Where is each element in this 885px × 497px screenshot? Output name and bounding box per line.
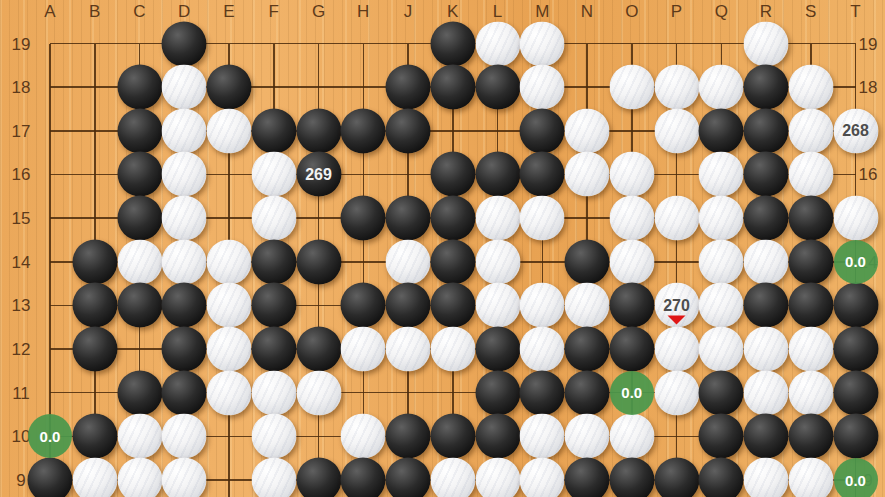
coord-label-top-L: L [493, 3, 502, 20]
stone-white-L14[interactable] [475, 239, 520, 284]
coord-label-left-16: 16 [12, 166, 31, 183]
stone-white-M19[interactable] [520, 21, 565, 66]
coord-label-left-13: 13 [12, 297, 31, 314]
stone-black-Q11[interactable] [699, 370, 744, 415]
stone-black-N11[interactable] [565, 370, 610, 415]
coord-label-top-P: P [671, 3, 682, 20]
coord-label-top-N: N [581, 3, 593, 20]
hint-A10[interactable]: 0.0 [28, 414, 72, 458]
coord-label-top-D: D [178, 3, 190, 20]
stone-white-F15[interactable] [251, 196, 296, 241]
stone-white-R19[interactable] [744, 21, 789, 66]
stone-white-L13[interactable] [475, 283, 520, 328]
stone-black-G17[interactable] [296, 108, 341, 153]
last-move-triangle-icon [668, 316, 686, 325]
stone-white-O18[interactable] [609, 65, 654, 110]
stone-white-F9[interactable] [251, 458, 296, 497]
coord-label-top-H: H [357, 3, 369, 20]
stone-white-P13[interactable]: 270 [654, 283, 699, 328]
stone-white-D15[interactable] [162, 196, 207, 241]
stone-white-M10[interactable] [520, 414, 565, 459]
stone-black-F12[interactable] [251, 327, 296, 372]
stone-black-K19[interactable] [430, 21, 475, 66]
coord-label-right-19: 19 [859, 35, 878, 52]
stone-black-S13[interactable] [788, 283, 833, 328]
stone-black-L16[interactable] [475, 152, 520, 197]
stone-white-Q13[interactable] [699, 283, 744, 328]
stone-white-S16[interactable] [788, 152, 833, 197]
coord-label-left-18: 18 [12, 79, 31, 96]
stone-black-N12[interactable] [565, 327, 610, 372]
stone-white-S12[interactable] [788, 327, 833, 372]
stone-black-F13[interactable] [251, 283, 296, 328]
stone-white-F10[interactable] [251, 414, 296, 459]
stone-white-E12[interactable] [207, 327, 252, 372]
stone-white-F11[interactable] [251, 370, 296, 415]
stone-black-T13[interactable] [833, 283, 878, 328]
stone-white-N13[interactable] [565, 283, 610, 328]
stone-black-B14[interactable] [72, 239, 117, 284]
move-number-269: 269 [305, 165, 332, 183]
stone-white-C14[interactable] [117, 239, 162, 284]
stone-black-R17[interactable] [744, 108, 789, 153]
stone-white-S17[interactable] [788, 108, 833, 153]
stone-black-B12[interactable] [72, 327, 117, 372]
stone-black-T11[interactable] [833, 370, 878, 415]
stone-black-R16[interactable] [744, 152, 789, 197]
stone-white-P12[interactable] [654, 327, 699, 372]
coord-label-left-14: 14 [12, 253, 31, 270]
coord-label-left-19: 19 [12, 35, 31, 52]
stone-white-D16[interactable] [162, 152, 207, 197]
stone-black-A9[interactable] [28, 458, 73, 497]
stone-white-M13[interactable] [520, 283, 565, 328]
stone-black-R13[interactable] [744, 283, 789, 328]
stone-black-G14[interactable] [296, 239, 341, 284]
stone-white-N17[interactable] [565, 108, 610, 153]
coord-label-left-12: 12 [12, 341, 31, 358]
stone-black-C16[interactable] [117, 152, 162, 197]
stone-white-J14[interactable] [386, 239, 431, 284]
stone-black-K10[interactable] [430, 414, 475, 459]
stone-black-T10[interactable] [833, 414, 878, 459]
coord-label-top-S: S [805, 3, 816, 20]
coord-label-top-O: O [625, 3, 638, 20]
stone-black-D12[interactable] [162, 327, 207, 372]
stone-white-O14[interactable] [609, 239, 654, 284]
stone-white-N16[interactable] [565, 152, 610, 197]
stone-black-N14[interactable] [565, 239, 610, 284]
stone-black-C13[interactable] [117, 283, 162, 328]
coord-label-top-T: T [850, 3, 860, 20]
coord-label-left-9: 9 [16, 472, 25, 489]
stone-white-F16[interactable] [251, 152, 296, 197]
coord-label-top-M: M [535, 3, 549, 20]
coord-label-top-G: G [312, 3, 325, 20]
stone-white-L19[interactable] [475, 21, 520, 66]
stone-white-R14[interactable] [744, 239, 789, 284]
stone-white-E13[interactable] [207, 283, 252, 328]
stone-white-K12[interactable] [430, 327, 475, 372]
stone-white-T15[interactable] [833, 196, 878, 241]
stone-white-G11[interactable] [296, 370, 341, 415]
stone-white-P15[interactable] [654, 196, 699, 241]
stone-black-P9[interactable] [654, 458, 699, 497]
stone-white-P17[interactable] [654, 108, 699, 153]
hint-T9[interactable]: 0.0 [834, 458, 878, 497]
stone-white-P18[interactable] [654, 65, 699, 110]
stone-white-R9[interactable] [744, 458, 789, 497]
stone-black-S15[interactable] [788, 196, 833, 241]
stone-black-G16[interactable]: 269 [296, 152, 341, 197]
stone-white-D9[interactable] [162, 458, 207, 497]
stone-white-B9[interactable] [72, 458, 117, 497]
stone-white-M12[interactable] [520, 327, 565, 372]
stone-black-B10[interactable] [72, 414, 117, 459]
stone-black-T12[interactable] [833, 327, 878, 372]
stone-white-Q15[interactable] [699, 196, 744, 241]
stone-black-L10[interactable] [475, 414, 520, 459]
hint-O11[interactable]: 0.0 [610, 371, 654, 415]
stone-white-J12[interactable] [386, 327, 431, 372]
stone-black-R18[interactable] [744, 65, 789, 110]
coord-label-top-E: E [223, 3, 234, 20]
coord-label-left-15: 15 [12, 210, 31, 227]
coord-label-right-18: 18 [859, 79, 878, 96]
coord-label-top-K: K [447, 3, 458, 20]
stone-white-E14[interactable] [207, 239, 252, 284]
stone-white-S11[interactable] [788, 370, 833, 415]
coord-label-top-J: J [404, 3, 413, 20]
stone-white-O15[interactable] [609, 196, 654, 241]
coord-label-top-R: R [760, 3, 772, 20]
stone-white-C9[interactable] [117, 458, 162, 497]
stone-black-S10[interactable] [788, 414, 833, 459]
stone-white-Q12[interactable] [699, 327, 744, 372]
stone-black-K13[interactable] [430, 283, 475, 328]
stone-white-D18[interactable] [162, 65, 207, 110]
stone-white-H10[interactable] [341, 414, 386, 459]
stone-black-C15[interactable] [117, 196, 162, 241]
stone-white-K9[interactable] [430, 458, 475, 497]
stone-black-B13[interactable] [72, 283, 117, 328]
stone-white-D14[interactable] [162, 239, 207, 284]
stone-white-R11[interactable] [744, 370, 789, 415]
stone-black-Q17[interactable] [699, 108, 744, 153]
stone-black-L11[interactable] [475, 370, 520, 415]
stone-black-M17[interactable] [520, 108, 565, 153]
move-number-270: 270 [663, 296, 690, 314]
stone-white-E17[interactable] [207, 108, 252, 153]
coord-label-right-16: 16 [859, 166, 878, 183]
stone-black-N9[interactable] [565, 458, 610, 497]
stone-black-J13[interactable] [386, 283, 431, 328]
stone-white-T17[interactable]: 268 [833, 108, 878, 153]
stone-black-H15[interactable] [341, 196, 386, 241]
stone-black-E18[interactable] [207, 65, 252, 110]
stone-white-O10[interactable] [609, 414, 654, 459]
stone-white-S9[interactable] [788, 458, 833, 497]
stone-black-L12[interactable] [475, 327, 520, 372]
stone-black-R10[interactable] [744, 414, 789, 459]
stone-white-M18[interactable] [520, 65, 565, 110]
stone-black-D19[interactable] [162, 21, 207, 66]
stone-white-Q16[interactable] [699, 152, 744, 197]
stone-white-R12[interactable] [744, 327, 789, 372]
stone-black-K15[interactable] [430, 196, 475, 241]
stone-white-D17[interactable] [162, 108, 207, 153]
hint-T14[interactable]: 0.0 [834, 240, 878, 284]
stone-black-F14[interactable] [251, 239, 296, 284]
stone-black-L18[interactable] [475, 65, 520, 110]
stone-white-E11[interactable] [207, 370, 252, 415]
stone-black-M11[interactable] [520, 370, 565, 415]
stone-white-M9[interactable] [520, 458, 565, 497]
stone-black-O13[interactable] [609, 283, 654, 328]
stone-black-J10[interactable] [386, 414, 431, 459]
coord-label-top-F: F [269, 3, 279, 20]
stone-black-G12[interactable] [296, 327, 341, 372]
coord-label-top-C: C [133, 3, 145, 20]
stone-black-C17[interactable] [117, 108, 162, 153]
stone-black-D11[interactable] [162, 370, 207, 415]
stone-black-C18[interactable] [117, 65, 162, 110]
coord-label-top-B: B [89, 3, 100, 20]
stone-white-C10[interactable] [117, 414, 162, 459]
stone-black-K14[interactable] [430, 239, 475, 284]
stone-black-J17[interactable] [386, 108, 431, 153]
stone-black-K16[interactable] [430, 152, 475, 197]
stone-black-H9[interactable] [341, 458, 386, 497]
stone-black-H13[interactable] [341, 283, 386, 328]
stone-black-R15[interactable] [744, 196, 789, 241]
stone-white-D10[interactable] [162, 414, 207, 459]
coord-label-left-11: 11 [12, 384, 30, 401]
stone-black-M16[interactable] [520, 152, 565, 197]
stone-white-L9[interactable] [475, 458, 520, 497]
stone-black-G9[interactable] [296, 458, 341, 497]
stone-black-J15[interactable] [386, 196, 431, 241]
stone-black-J9[interactable] [386, 458, 431, 497]
move-number-268: 268 [842, 122, 869, 140]
stone-white-P11[interactable] [654, 370, 699, 415]
stone-black-H17[interactable] [341, 108, 386, 153]
stone-white-S18[interactable] [788, 65, 833, 110]
stone-black-D13[interactable] [162, 283, 207, 328]
stone-black-J18[interactable] [386, 65, 431, 110]
stone-black-K18[interactable] [430, 65, 475, 110]
coord-label-top-Q: Q [715, 3, 728, 20]
stone-black-Q10[interactable] [699, 414, 744, 459]
stone-white-Q18[interactable] [699, 65, 744, 110]
stone-white-H12[interactable] [341, 327, 386, 372]
stone-white-L15[interactable] [475, 196, 520, 241]
stone-black-O9[interactable] [609, 458, 654, 497]
stone-black-O12[interactable] [609, 327, 654, 372]
stone-white-M15[interactable] [520, 196, 565, 241]
stone-white-N10[interactable] [565, 414, 610, 459]
stone-black-Q9[interactable] [699, 458, 744, 497]
stone-black-S14[interactable] [788, 239, 833, 284]
stone-white-O16[interactable] [609, 152, 654, 197]
coord-label-left-17: 17 [12, 122, 31, 139]
coord-label-top-A: A [44, 3, 55, 20]
stone-black-C11[interactable] [117, 370, 162, 415]
go-board[interactable]: ABCDEFGHJKLMNOPQRST191918181717161615151… [0, 0, 885, 497]
stone-white-Q14[interactable] [699, 239, 744, 284]
stone-black-F17[interactable] [251, 108, 296, 153]
